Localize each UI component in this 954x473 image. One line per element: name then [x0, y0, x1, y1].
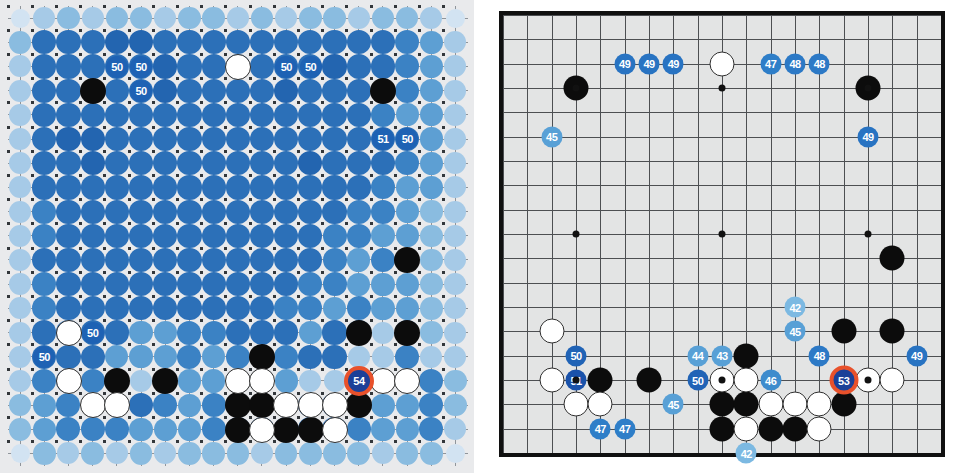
star-point: [573, 231, 580, 238]
move-number-marker: 48: [809, 53, 830, 74]
move-number-marker: 47: [760, 53, 781, 74]
move-number-marker: 49: [858, 126, 879, 147]
black-stone: [394, 320, 420, 346]
heatmap-grid: 50505050505150505054: [8, 6, 468, 466]
last-move-marker: 53: [829, 366, 858, 395]
go-analysis-figure: 50505050505150505054 4242434445454546474…: [0, 0, 954, 473]
heatmap-overlay: 50505050505150505054: [8, 6, 468, 466]
star-point: [719, 85, 726, 92]
star-point: [573, 85, 580, 92]
white-stone: [225, 368, 251, 394]
go-board-overlay: 4242434445454546474747484848494949494950…: [503, 15, 941, 453]
move-number-marker: 50: [300, 56, 322, 78]
black-stone: [734, 392, 759, 417]
black-stone: [637, 368, 662, 393]
move-number-marker: 50: [687, 370, 708, 391]
move-number-marker: 46: [760, 370, 781, 391]
black-stone: [225, 417, 251, 443]
move-number-marker: 50: [396, 128, 418, 150]
white-stone: [734, 416, 759, 441]
black-stone: [104, 368, 130, 394]
star-point: [573, 377, 580, 384]
white-stone: [539, 368, 564, 393]
move-number-marker: 45: [541, 126, 562, 147]
move-number-marker: 49: [906, 345, 927, 366]
black-stone: [880, 246, 905, 271]
black-stone: [758, 416, 783, 441]
go-board: 4242434445454546474747484848494949494950…: [499, 11, 945, 457]
black-stone: [710, 392, 735, 417]
white-stone: [298, 392, 324, 418]
white-stone: [564, 392, 589, 417]
move-number-marker: 42: [785, 297, 806, 318]
black-stone: [831, 319, 856, 344]
white-stone: [539, 319, 564, 344]
white-stone: [273, 392, 299, 418]
black-stone: [249, 392, 275, 418]
black-stone: [394, 247, 420, 273]
move-number-marker: 50: [130, 56, 152, 78]
star-point: [865, 377, 872, 384]
black-stone: [249, 344, 275, 370]
star-point: [719, 231, 726, 238]
black-stone: [152, 368, 178, 394]
move-number-marker: 49: [614, 53, 635, 74]
white-stone: [104, 392, 130, 418]
white-stone: [225, 54, 251, 80]
move-number-marker: 48: [809, 345, 830, 366]
white-stone: [710, 51, 735, 76]
black-stone: [346, 392, 372, 418]
black-stone: [710, 416, 735, 441]
last-move-marker: 54: [344, 366, 374, 396]
white-stone: [56, 320, 82, 346]
white-stone: [249, 417, 275, 443]
black-stone: [346, 320, 372, 346]
white-stone: [80, 392, 106, 418]
black-stone: [225, 392, 251, 418]
move-number-marker: 51: [372, 128, 394, 150]
move-number-marker: 50: [106, 56, 128, 78]
black-stone: [273, 417, 299, 443]
move-number-marker: 48: [785, 53, 806, 74]
black-stone: [588, 368, 613, 393]
move-number-marker: 50: [82, 322, 104, 344]
move-number-marker: 42: [736, 443, 757, 464]
star-point: [719, 377, 726, 384]
white-stone: [370, 368, 396, 394]
black-stone: [370, 78, 396, 104]
black-stone: [298, 417, 324, 443]
move-number-marker: 50: [566, 345, 587, 366]
move-number-marker: 47: [590, 418, 611, 439]
white-stone: [807, 392, 832, 417]
policy-heatmap-board: 50505050505150505054: [0, 0, 474, 473]
white-stone: [394, 368, 420, 394]
move-number-marker: 49: [663, 53, 684, 74]
white-stone: [322, 417, 348, 443]
black-stone: [880, 319, 905, 344]
black-stone: [783, 416, 808, 441]
move-number-marker: 47: [614, 418, 635, 439]
move-number-marker: 50: [130, 80, 152, 102]
white-stone: [758, 392, 783, 417]
move-number-marker: 44: [687, 345, 708, 366]
move-number-marker: 50: [275, 56, 297, 78]
white-stone: [56, 368, 82, 394]
white-stone: [322, 392, 348, 418]
move-number-marker: 50: [33, 346, 55, 368]
white-stone: [783, 392, 808, 417]
white-stone: [880, 368, 905, 393]
white-stone: [734, 368, 759, 393]
black-stone: [831, 392, 856, 417]
move-number-marker: 49: [639, 53, 660, 74]
black-stone: [734, 343, 759, 368]
star-point: [865, 231, 872, 238]
white-stone: [249, 368, 275, 394]
black-stone: [80, 78, 106, 104]
white-stone: [807, 416, 832, 441]
white-stone: [588, 392, 613, 417]
star-point: [865, 85, 872, 92]
move-number-marker: 45: [663, 394, 684, 415]
move-number-marker: 43: [712, 345, 733, 366]
move-number-marker: 45: [785, 321, 806, 342]
